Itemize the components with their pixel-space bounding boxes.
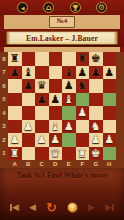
square-c3[interactable] — [35, 120, 49, 134]
task-panel: Task №1 Find White's move ◀◀↻?▶▶ — [0, 168, 124, 220]
home-icon-glyph: ⌂ — [46, 3, 52, 12]
square-a6[interactable] — [8, 79, 22, 93]
board-frame-right — [116, 52, 124, 66]
square-c5[interactable]: ♟ — [35, 93, 49, 107]
rank-label-3: 3 — [0, 120, 8, 134]
square-e7[interactable]: ♝ — [62, 66, 76, 80]
black-pawn: ♟ — [91, 66, 101, 79]
square-e2[interactable] — [62, 133, 76, 147]
skip-forward-icon-bar — [112, 204, 114, 211]
black-king: ♚ — [91, 52, 101, 65]
square-d3[interactable]: ♝ — [49, 120, 63, 134]
square-c1[interactable] — [35, 147, 49, 161]
forward-icon[interactable]: ▶ — [88, 203, 95, 212]
square-h4[interactable] — [103, 106, 117, 120]
square-e6[interactable]: ♟ — [62, 79, 76, 93]
square-e4[interactable] — [62, 106, 76, 120]
white-pawn: ♟ — [77, 106, 87, 119]
square-f2[interactable] — [76, 133, 90, 147]
rank-label-2: 2 — [0, 133, 8, 147]
skip-back-icon-arrow: ◀ — [12, 203, 19, 212]
file-label-g: G — [89, 160, 103, 168]
square-g6[interactable] — [89, 79, 103, 93]
file-label-e: E — [62, 160, 76, 168]
forward-icon-arrow: ▶ — [88, 203, 95, 212]
square-h6[interactable] — [103, 79, 117, 93]
restart-icon[interactable]: ↻ — [46, 200, 57, 215]
square-d2[interactable]: ♟ — [49, 133, 63, 147]
square-a5[interactable] — [8, 93, 22, 107]
square-h2[interactable]: ♟ — [103, 133, 117, 147]
white-pawn: ♟ — [104, 133, 114, 146]
bottom-navbar: ◀◀↻?▶▶ — [0, 199, 124, 215]
white-pawn: ♟ — [64, 120, 74, 133]
square-b2[interactable] — [22, 133, 36, 147]
black-rook: ♜ — [10, 52, 20, 65]
white-queen: ♛ — [50, 147, 60, 160]
square-f8[interactable]: ♜ — [76, 52, 90, 66]
white-pawn: ♟ — [37, 133, 47, 146]
square-a4[interactable] — [8, 106, 22, 120]
black-bishop: ♝ — [23, 66, 33, 79]
board-frame-corner-right — [116, 160, 124, 168]
square-a7[interactable]: ♟ — [8, 66, 22, 80]
black-pawn: ♟ — [37, 93, 47, 106]
task-text: Task №1 Find White's move — [0, 171, 124, 180]
square-f5[interactable] — [76, 93, 90, 107]
board-frame-right — [116, 106, 124, 120]
black-pawn: ♟ — [77, 66, 87, 79]
square-d4[interactable] — [49, 106, 63, 120]
square-a3[interactable] — [8, 120, 22, 134]
white-bishop: ♝ — [50, 120, 60, 133]
file-label-h: H — [103, 160, 117, 168]
top-toolbar: ◀⌂⚙ — [0, 0, 124, 15]
square-d7[interactable] — [49, 66, 63, 80]
square-e1[interactable] — [62, 147, 76, 161]
square-h5[interactable] — [103, 93, 117, 107]
file-label-a: A — [8, 160, 22, 168]
square-a8[interactable]: ♜ — [8, 52, 22, 66]
board-frame-right — [116, 120, 124, 134]
skip-forward-icon-arrow: ▶ — [105, 203, 112, 212]
square-h3[interactable] — [103, 120, 117, 134]
white-pawn: ♟ — [50, 133, 60, 146]
rank-label-8: 8 — [0, 52, 8, 66]
square-a2[interactable]: ♟ — [8, 133, 22, 147]
settings-icon[interactable]: ⚙ — [96, 2, 107, 13]
square-a1[interactable]: ♜ — [8, 147, 22, 161]
players-banner-row: Em.Lasker – J.Bauer — [0, 29, 124, 47]
white-pawn: ♟ — [91, 133, 101, 146]
skip-forward-icon[interactable]: ▶ — [105, 203, 114, 212]
back-icon[interactable]: ◀ — [17, 2, 28, 13]
square-e8[interactable] — [62, 52, 76, 66]
black-bishop: ♝ — [64, 66, 74, 79]
file-label-d: D — [49, 160, 63, 168]
square-c7[interactable] — [35, 66, 49, 80]
undo-icon[interactable]: ◀ — [29, 203, 36, 212]
rank-label-7: 7 — [0, 66, 8, 80]
square-c2[interactable]: ♟ — [35, 133, 49, 147]
puzzle-number: №4 — [49, 16, 76, 28]
rank-label-6: 6 — [0, 79, 8, 93]
black-pawn: ♟ — [104, 66, 114, 79]
square-f6[interactable]: ♞ — [76, 79, 90, 93]
white-rook: ♜ — [77, 147, 87, 160]
board-frame-corner-left — [0, 160, 8, 168]
black-queen: ♛ — [37, 79, 47, 92]
rank-label-1: 1 — [0, 147, 8, 161]
square-b7[interactable]: ♝ — [22, 66, 36, 80]
square-h7[interactable]: ♟ — [103, 66, 117, 80]
rank-label-5: 5 — [0, 93, 8, 107]
square-g7[interactable]: ♟ — [89, 66, 103, 80]
square-g3[interactable]: ♞ — [89, 120, 103, 134]
square-e3[interactable]: ♟ — [62, 120, 76, 134]
square-b6[interactable]: ♟ — [22, 79, 36, 93]
skip-back-icon[interactable]: ◀ — [10, 203, 19, 212]
chess-board: 8♜♜♚7♟♝♝♟♟♟6♟♛♟♞5♟♟♝4♟3♟♝♟♞2♟♟♟♟♟1♜♛♜♚AB… — [0, 52, 124, 168]
black-pawn: ♟ — [64, 79, 74, 92]
square-b8[interactable] — [22, 52, 36, 66]
square-d1[interactable]: ♛ — [49, 147, 63, 161]
board-frame-right — [116, 133, 124, 147]
square-f4[interactable]: ♟ — [76, 106, 90, 120]
rank-label-4: 4 — [0, 106, 8, 120]
board-frame-right — [116, 66, 124, 80]
trophy-icon[interactable] — [70, 2, 81, 13]
square-f1[interactable]: ♜ — [76, 147, 90, 161]
square-g5[interactable] — [89, 93, 103, 107]
square-g4[interactable] — [89, 106, 103, 120]
board-frame-right — [116, 147, 124, 161]
square-f3[interactable] — [76, 120, 90, 134]
file-label-b: B — [22, 160, 36, 168]
white-bishop: ♝ — [64, 93, 74, 106]
black-rook: ♜ — [77, 52, 87, 65]
black-pawn: ♟ — [10, 66, 20, 79]
square-h1[interactable] — [103, 147, 117, 161]
hint-icon[interactable]: ? — [67, 202, 78, 213]
square-g8[interactable]: ♚ — [89, 52, 103, 66]
white-rook: ♜ — [10, 147, 20, 160]
square-b3[interactable]: ♟ — [22, 120, 36, 134]
file-label-f: F — [76, 160, 90, 168]
white-knight: ♞ — [91, 120, 101, 133]
square-b1[interactable] — [22, 147, 36, 161]
square-c6[interactable]: ♛ — [35, 79, 49, 93]
square-b5[interactable] — [22, 93, 36, 107]
undo-icon-arrow: ◀ — [29, 203, 36, 212]
square-c8[interactable] — [35, 52, 49, 66]
square-d5[interactable]: ♟ — [49, 93, 63, 107]
home-icon[interactable]: ⌂ — [43, 2, 54, 13]
black-pawn: ♟ — [23, 79, 33, 92]
players-scroll-banner: Em.Lasker – J.Bauer — [6, 31, 118, 45]
file-label-c: C — [35, 160, 49, 168]
white-pawn: ♟ — [23, 120, 33, 133]
square-h8[interactable] — [103, 52, 117, 66]
black-knight: ♞ — [77, 79, 87, 92]
black-pawn: ♟ — [50, 93, 60, 106]
square-b4[interactable] — [22, 106, 36, 120]
board-frame-right — [116, 79, 124, 93]
square-f7[interactable]: ♟ — [76, 66, 90, 80]
settings-icon-glyph: ⚙ — [98, 3, 105, 12]
board-frame-right — [116, 93, 124, 107]
puzzle-number-band: №4 — [0, 15, 124, 29]
players-names: Em.Lasker – J.Bauer — [26, 34, 98, 43]
square-d6[interactable] — [49, 79, 63, 93]
square-g1[interactable]: ♚ — [89, 147, 103, 161]
back-icon-glyph: ◀ — [21, 5, 25, 11]
app-screen: ◀⌂⚙ №4 Em.Lasker – J.Bauer 8♜♜♚7♟♝♝♟♟♟6♟… — [0, 0, 124, 220]
square-g2[interactable]: ♟ — [89, 133, 103, 147]
square-d8[interactable] — [49, 52, 63, 66]
square-c4[interactable] — [35, 106, 49, 120]
square-e5[interactable]: ♝ — [62, 93, 76, 107]
white-pawn: ♟ — [10, 133, 20, 146]
white-king: ♚ — [91, 147, 101, 160]
